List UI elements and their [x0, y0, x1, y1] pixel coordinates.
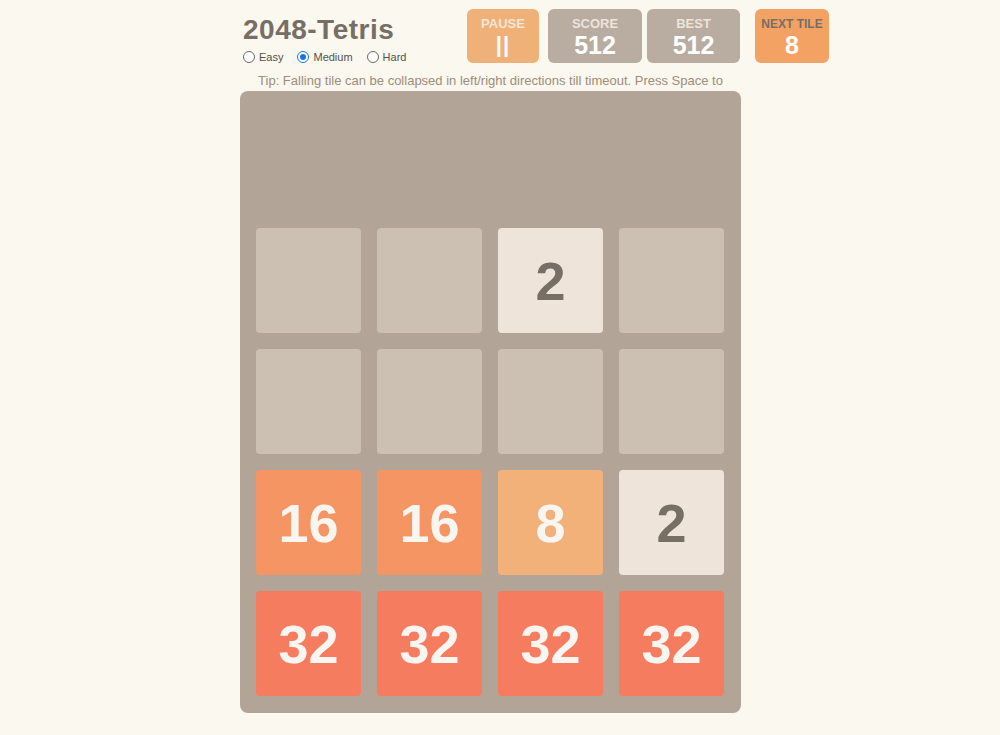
empty-cell [377, 228, 482, 333]
tile-32: 32 [619, 591, 724, 696]
difficulty-label: Medium [313, 51, 352, 63]
page-title: 2048-Tetris [243, 14, 406, 46]
empty-cell [256, 349, 361, 454]
difficulty-option-medium[interactable]: Medium [297, 51, 352, 63]
spawn-cell [256, 107, 361, 212]
tile-2: 2 [619, 470, 724, 575]
difficulty-label: Easy [259, 51, 283, 63]
header-left: 2048-Tetris Easy Medium Hard [243, 14, 406, 63]
difficulty-label: Hard [383, 51, 407, 63]
radio-icon [297, 51, 309, 63]
score-label: SCORE [548, 17, 642, 31]
empty-cell [498, 349, 603, 454]
best-box: BEST 512 [647, 9, 740, 63]
empty-cell [619, 228, 724, 333]
empty-cell [619, 349, 724, 454]
radio-icon [243, 51, 255, 63]
empty-cell [256, 228, 361, 333]
game-page: 2048-Tetris Easy Medium Hard PAUSE || SC… [0, 0, 1000, 735]
next-tile-label: NEXT TILE [755, 17, 829, 31]
next-tile-box: NEXT TILE 8 [755, 9, 829, 63]
tile-32: 32 [498, 591, 603, 696]
pause-button[interactable]: PAUSE || [467, 9, 539, 63]
difficulty-option-hard[interactable]: Hard [367, 51, 407, 63]
score-box: SCORE 512 [548, 9, 642, 63]
next-tile-value: 8 [755, 32, 829, 58]
spawn-cell [498, 107, 603, 212]
tile-8: 8 [498, 470, 603, 575]
pause-label: PAUSE [467, 17, 539, 31]
best-label: BEST [647, 17, 740, 31]
pause-icon: || [467, 32, 539, 58]
tile-2: 2 [498, 228, 603, 333]
best-value: 512 [647, 32, 740, 58]
difficulty-options: Easy Medium Hard [243, 51, 406, 63]
game-board: 216168232323232 [240, 91, 741, 713]
score-value: 512 [548, 32, 642, 58]
header-buttons: PAUSE || SCORE 512 BEST 512 NEXT TILE 8 [467, 9, 829, 63]
radio-icon [367, 51, 379, 63]
tile-16: 16 [256, 470, 361, 575]
tile-32: 32 [256, 591, 361, 696]
difficulty-option-easy[interactable]: Easy [243, 51, 283, 63]
spawn-cell [619, 107, 724, 212]
empty-cell [377, 349, 482, 454]
tile-16: 16 [377, 470, 482, 575]
spawn-cell [377, 107, 482, 212]
tile-32: 32 [377, 591, 482, 696]
